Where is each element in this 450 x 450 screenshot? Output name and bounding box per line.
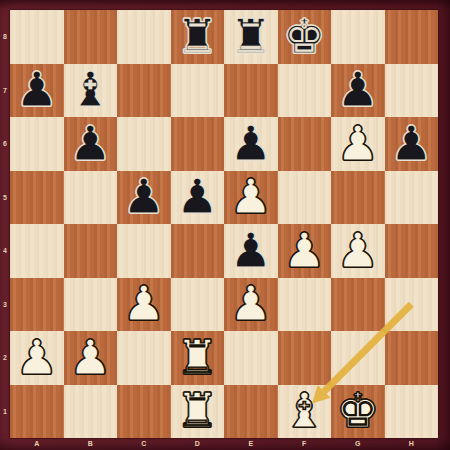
square-g5[interactable] (331, 171, 385, 225)
square-e3[interactable]: ♟ (224, 278, 278, 332)
square-a3[interactable] (10, 278, 64, 332)
file-label-g: G (331, 436, 385, 450)
square-h8[interactable] (385, 10, 439, 64)
black-pawn-a7[interactable]: ♟ (15, 65, 58, 113)
square-b4[interactable] (64, 224, 118, 278)
square-c4[interactable] (117, 224, 171, 278)
square-c1[interactable] (117, 385, 171, 439)
square-f7[interactable] (278, 64, 332, 118)
rank-label-8: 8 (0, 10, 10, 64)
square-g6[interactable]: ♟ (331, 117, 385, 171)
white-king-g1[interactable]: ♚ (336, 386, 379, 434)
square-e7[interactable] (224, 64, 278, 118)
black-bishop-b7[interactable]: ♝ (69, 65, 112, 113)
board-grid: ♜♜♚♟♝♟♟♟♟♟♟♟♟♟♟♟♟♟♟♟♜♜♝♚ (10, 10, 438, 438)
square-d7[interactable] (171, 64, 225, 118)
square-d2[interactable]: ♜ (171, 331, 225, 385)
rank-label-5: 5 (0, 171, 10, 225)
square-b7[interactable]: ♝ (64, 64, 118, 118)
square-b5[interactable] (64, 171, 118, 225)
white-rook-d2[interactable]: ♜ (176, 333, 219, 381)
rank-labels: 87654321 (0, 10, 10, 438)
square-c3[interactable]: ♟ (117, 278, 171, 332)
square-a2[interactable]: ♟ (10, 331, 64, 385)
rank-label-6: 6 (0, 117, 10, 171)
black-pawn-b6[interactable]: ♟ (69, 119, 112, 167)
square-e4[interactable]: ♟ (224, 224, 278, 278)
square-h4[interactable] (385, 224, 439, 278)
file-label-a: A (10, 436, 64, 450)
square-b3[interactable] (64, 278, 118, 332)
chess-board-frame: 87654321 ♜♜♚♟♝♟♟♟♟♟♟♟♟♟♟♟♟♟♟♟♜♜♝♚ ABCDEF… (0, 0, 450, 450)
file-label-e: E (224, 436, 278, 450)
black-king-f8[interactable]: ♚ (283, 12, 326, 60)
file-label-b: B (64, 436, 118, 450)
square-f3[interactable] (278, 278, 332, 332)
square-a4[interactable] (10, 224, 64, 278)
square-a1[interactable] (10, 385, 64, 439)
square-b8[interactable] (64, 10, 118, 64)
square-d8[interactable]: ♜ (171, 10, 225, 64)
square-g8[interactable] (331, 10, 385, 64)
file-labels: ABCDEFGH (10, 436, 438, 450)
square-f2[interactable] (278, 331, 332, 385)
square-g1[interactable]: ♚ (331, 385, 385, 439)
rank-label-7: 7 (0, 64, 10, 118)
square-d1[interactable]: ♜ (171, 385, 225, 439)
black-pawn-e4[interactable]: ♟ (229, 226, 272, 274)
square-c2[interactable] (117, 331, 171, 385)
square-c8[interactable] (117, 10, 171, 64)
black-rook-d8[interactable]: ♜ (176, 12, 219, 60)
square-h6[interactable]: ♟ (385, 117, 439, 171)
square-f1[interactable]: ♝ (278, 385, 332, 439)
square-e2[interactable] (224, 331, 278, 385)
file-label-f: F (278, 436, 332, 450)
white-pawn-g6[interactable]: ♟ (336, 119, 379, 167)
square-g4[interactable]: ♟ (331, 224, 385, 278)
black-pawn-g7[interactable]: ♟ (336, 65, 379, 113)
square-a8[interactable] (10, 10, 64, 64)
square-c6[interactable] (117, 117, 171, 171)
square-a7[interactable]: ♟ (10, 64, 64, 118)
black-pawn-d5[interactable]: ♟ (176, 172, 219, 220)
rank-label-3: 3 (0, 278, 10, 332)
rank-label-4: 4 (0, 224, 10, 278)
square-h1[interactable] (385, 385, 439, 439)
square-b2[interactable]: ♟ (64, 331, 118, 385)
file-label-c: C (117, 436, 171, 450)
square-h5[interactable] (385, 171, 439, 225)
square-a6[interactable] (10, 117, 64, 171)
white-pawn-a2[interactable]: ♟ (15, 333, 58, 381)
square-h7[interactable] (385, 64, 439, 118)
square-d4[interactable] (171, 224, 225, 278)
rank-label-2: 2 (0, 331, 10, 385)
white-bishop-f1[interactable]: ♝ (283, 386, 326, 434)
black-pawn-e6[interactable]: ♟ (229, 119, 272, 167)
square-g3[interactable] (331, 278, 385, 332)
square-e5[interactable]: ♟ (224, 171, 278, 225)
file-label-h: H (385, 436, 439, 450)
square-e1[interactable] (224, 385, 278, 439)
white-pawn-e5[interactable]: ♟ (229, 172, 272, 220)
white-pawn-f4[interactable]: ♟ (283, 226, 326, 274)
file-label-d: D (171, 436, 225, 450)
square-c5[interactable]: ♟ (117, 171, 171, 225)
square-e6[interactable]: ♟ (224, 117, 278, 171)
square-h2[interactable] (385, 331, 439, 385)
square-d5[interactable]: ♟ (171, 171, 225, 225)
white-pawn-e3[interactable]: ♟ (229, 279, 272, 327)
black-rook-e8[interactable]: ♜ (229, 12, 272, 60)
square-d6[interactable] (171, 117, 225, 171)
square-g2[interactable] (331, 331, 385, 385)
black-pawn-c5[interactable]: ♟ (122, 172, 165, 220)
square-h3[interactable] (385, 278, 439, 332)
square-a5[interactable] (10, 171, 64, 225)
square-f5[interactable] (278, 171, 332, 225)
square-b1[interactable] (64, 385, 118, 439)
square-d3[interactable] (171, 278, 225, 332)
white-pawn-c3[interactable]: ♟ (122, 279, 165, 327)
square-c7[interactable] (117, 64, 171, 118)
square-f6[interactable] (278, 117, 332, 171)
square-b6[interactable]: ♟ (64, 117, 118, 171)
black-pawn-h6[interactable]: ♟ (390, 119, 433, 167)
square-e8[interactable]: ♜ (224, 10, 278, 64)
square-g7[interactable]: ♟ (331, 64, 385, 118)
rank-label-1: 1 (0, 385, 10, 439)
square-f8[interactable]: ♚ (278, 10, 332, 64)
square-f4[interactable]: ♟ (278, 224, 332, 278)
white-rook-d1[interactable]: ♜ (176, 386, 219, 434)
white-pawn-g4[interactable]: ♟ (336, 226, 379, 274)
white-pawn-b2[interactable]: ♟ (69, 333, 112, 381)
